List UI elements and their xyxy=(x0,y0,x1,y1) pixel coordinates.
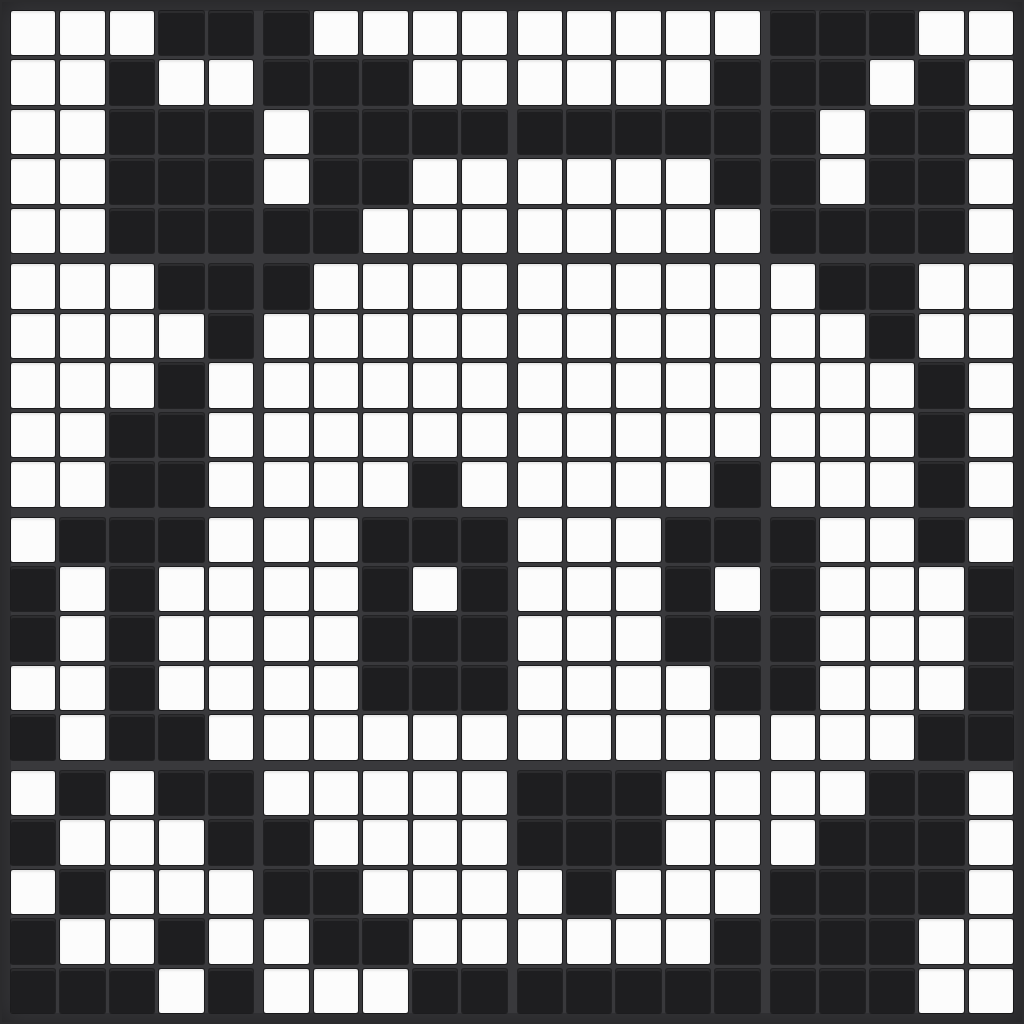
cell[interactable] xyxy=(60,159,104,203)
cell[interactable] xyxy=(919,870,963,914)
cell[interactable] xyxy=(567,870,611,914)
cell[interactable] xyxy=(314,264,358,308)
cell[interactable] xyxy=(771,616,815,660)
cell[interactable] xyxy=(518,264,562,308)
cell[interactable] xyxy=(159,820,203,864)
cell[interactable] xyxy=(771,209,815,253)
cell[interactable] xyxy=(666,462,710,506)
cell[interactable] xyxy=(314,567,358,611)
cell[interactable] xyxy=(11,715,55,759)
cell[interactable] xyxy=(518,771,562,815)
cell[interactable] xyxy=(567,771,611,815)
cell[interactable] xyxy=(363,462,407,506)
cell[interactable] xyxy=(363,209,407,253)
cell[interactable] xyxy=(462,715,506,759)
cell[interactable] xyxy=(363,60,407,104)
cell[interactable] xyxy=(159,159,203,203)
cell[interactable] xyxy=(209,363,253,407)
cell[interactable] xyxy=(60,209,104,253)
cell[interactable] xyxy=(771,11,815,55)
cell[interactable] xyxy=(969,413,1013,457)
cell[interactable] xyxy=(771,567,815,611)
cell[interactable] xyxy=(969,314,1013,358)
cell[interactable] xyxy=(567,666,611,710)
cell[interactable] xyxy=(110,159,154,203)
cell[interactable] xyxy=(110,413,154,457)
cell[interactable] xyxy=(314,616,358,660)
cell[interactable] xyxy=(462,60,506,104)
cell[interactable] xyxy=(969,771,1013,815)
cell[interactable] xyxy=(820,209,864,253)
cell[interactable] xyxy=(771,820,815,864)
cell[interactable] xyxy=(462,666,506,710)
cell[interactable] xyxy=(462,518,506,562)
cell[interactable] xyxy=(616,715,660,759)
cell[interactable] xyxy=(462,969,506,1013)
cell[interactable] xyxy=(820,870,864,914)
cell[interactable] xyxy=(209,264,253,308)
cell[interactable] xyxy=(264,771,308,815)
cell[interactable] xyxy=(771,110,815,154)
cell[interactable] xyxy=(715,518,759,562)
cell[interactable] xyxy=(11,666,55,710)
cell[interactable] xyxy=(159,919,203,963)
cell[interactable] xyxy=(159,110,203,154)
cell[interactable] xyxy=(969,919,1013,963)
cell[interactable] xyxy=(518,919,562,963)
cell[interactable] xyxy=(209,60,253,104)
cell[interactable] xyxy=(771,363,815,407)
cell[interactable] xyxy=(715,462,759,506)
cell[interactable] xyxy=(462,363,506,407)
cell[interactable] xyxy=(518,413,562,457)
cell[interactable] xyxy=(209,666,253,710)
cell[interactable] xyxy=(11,413,55,457)
cell[interactable] xyxy=(870,159,914,203)
cell[interactable] xyxy=(11,969,55,1013)
cell[interactable] xyxy=(110,11,154,55)
cell[interactable] xyxy=(159,314,203,358)
cell[interactable] xyxy=(264,969,308,1013)
cell[interactable] xyxy=(209,870,253,914)
cell[interactable] xyxy=(820,159,864,203)
cell[interactable] xyxy=(110,567,154,611)
cell[interactable] xyxy=(969,462,1013,506)
cell[interactable] xyxy=(462,820,506,864)
cell[interactable] xyxy=(870,715,914,759)
cell[interactable] xyxy=(969,870,1013,914)
cell[interactable] xyxy=(666,159,710,203)
cell[interactable] xyxy=(518,969,562,1013)
cell[interactable] xyxy=(870,11,914,55)
cell[interactable] xyxy=(110,264,154,308)
cell[interactable] xyxy=(363,919,407,963)
cell[interactable] xyxy=(518,11,562,55)
cell[interactable] xyxy=(715,413,759,457)
cell[interactable] xyxy=(820,110,864,154)
cell[interactable] xyxy=(919,715,963,759)
cell[interactable] xyxy=(413,969,457,1013)
cell[interactable] xyxy=(110,969,154,1013)
cell[interactable] xyxy=(820,567,864,611)
cell[interactable] xyxy=(413,363,457,407)
cell[interactable] xyxy=(666,363,710,407)
cell[interactable] xyxy=(314,771,358,815)
cell[interactable] xyxy=(919,159,963,203)
cell[interactable] xyxy=(666,11,710,55)
cell[interactable] xyxy=(616,110,660,154)
cell[interactable] xyxy=(209,413,253,457)
cell[interactable] xyxy=(159,413,203,457)
cell[interactable] xyxy=(969,969,1013,1013)
cell[interactable] xyxy=(820,413,864,457)
cell[interactable] xyxy=(314,363,358,407)
cell[interactable] xyxy=(666,518,710,562)
cell[interactable] xyxy=(616,919,660,963)
cell[interactable] xyxy=(715,919,759,963)
cell[interactable] xyxy=(820,264,864,308)
cell[interactable] xyxy=(715,159,759,203)
cell[interactable] xyxy=(462,771,506,815)
cell[interactable] xyxy=(771,518,815,562)
cell[interactable] xyxy=(870,264,914,308)
cell[interactable] xyxy=(159,715,203,759)
cell[interactable] xyxy=(567,363,611,407)
cell[interactable] xyxy=(771,159,815,203)
cell[interactable] xyxy=(462,462,506,506)
cell[interactable] xyxy=(11,771,55,815)
cell[interactable] xyxy=(11,820,55,864)
cell[interactable] xyxy=(314,209,358,253)
cell[interactable] xyxy=(264,314,308,358)
cell[interactable] xyxy=(919,314,963,358)
cell[interactable] xyxy=(715,11,759,55)
cell[interactable] xyxy=(413,314,457,358)
cell[interactable] xyxy=(264,567,308,611)
cell[interactable] xyxy=(969,209,1013,253)
cell[interactable] xyxy=(715,820,759,864)
cell[interactable] xyxy=(518,363,562,407)
cell[interactable] xyxy=(413,666,457,710)
cell[interactable] xyxy=(969,616,1013,660)
cell[interactable] xyxy=(518,820,562,864)
cell[interactable] xyxy=(363,413,407,457)
cell[interactable] xyxy=(11,919,55,963)
cell[interactable] xyxy=(820,771,864,815)
cell[interactable] xyxy=(969,666,1013,710)
cell[interactable] xyxy=(567,159,611,203)
cell[interactable] xyxy=(870,616,914,660)
cell[interactable] xyxy=(666,616,710,660)
cell[interactable] xyxy=(11,264,55,308)
cell[interactable] xyxy=(314,413,358,457)
cell[interactable] xyxy=(462,567,506,611)
cell[interactable] xyxy=(363,11,407,55)
cell[interactable] xyxy=(413,462,457,506)
cell[interactable] xyxy=(413,919,457,963)
cell[interactable] xyxy=(616,870,660,914)
cell[interactable] xyxy=(60,616,104,660)
cell[interactable] xyxy=(60,462,104,506)
cell[interactable] xyxy=(110,870,154,914)
cell[interactable] xyxy=(616,666,660,710)
cell[interactable] xyxy=(715,110,759,154)
cell[interactable] xyxy=(666,870,710,914)
cell[interactable] xyxy=(870,363,914,407)
cell[interactable] xyxy=(919,919,963,963)
cell[interactable] xyxy=(771,60,815,104)
cell[interactable] xyxy=(518,159,562,203)
cell[interactable] xyxy=(462,11,506,55)
cell[interactable] xyxy=(209,969,253,1013)
cell[interactable] xyxy=(870,60,914,104)
cell[interactable] xyxy=(110,363,154,407)
cell[interactable] xyxy=(264,820,308,864)
cell[interactable] xyxy=(11,209,55,253)
cell[interactable] xyxy=(413,209,457,253)
cell[interactable] xyxy=(715,715,759,759)
cell[interactable] xyxy=(870,462,914,506)
cell[interactable] xyxy=(666,715,710,759)
cell[interactable] xyxy=(462,870,506,914)
cell[interactable] xyxy=(314,314,358,358)
cell[interactable] xyxy=(969,363,1013,407)
cell[interactable] xyxy=(969,110,1013,154)
cell[interactable] xyxy=(567,567,611,611)
cell[interactable] xyxy=(616,462,660,506)
cell[interactable] xyxy=(870,413,914,457)
cell[interactable] xyxy=(209,919,253,963)
cell[interactable] xyxy=(159,11,203,55)
cell[interactable] xyxy=(616,209,660,253)
cell[interactable] xyxy=(870,209,914,253)
cell[interactable] xyxy=(11,314,55,358)
cell[interactable] xyxy=(413,159,457,203)
cell[interactable] xyxy=(413,264,457,308)
cell[interactable] xyxy=(969,715,1013,759)
cell[interactable] xyxy=(363,159,407,203)
cell[interactable] xyxy=(462,264,506,308)
cell[interactable] xyxy=(820,969,864,1013)
cell[interactable] xyxy=(264,264,308,308)
cell[interactable] xyxy=(870,919,914,963)
cell[interactable] xyxy=(518,518,562,562)
cell[interactable] xyxy=(209,771,253,815)
cell[interactable] xyxy=(666,771,710,815)
cell[interactable] xyxy=(567,518,611,562)
cell[interactable] xyxy=(666,666,710,710)
cell[interactable] xyxy=(264,518,308,562)
cell[interactable] xyxy=(666,110,710,154)
cell[interactable] xyxy=(363,771,407,815)
cell[interactable] xyxy=(264,209,308,253)
cell[interactable] xyxy=(363,969,407,1013)
cell[interactable] xyxy=(264,462,308,506)
cell[interactable] xyxy=(715,666,759,710)
cell[interactable] xyxy=(60,771,104,815)
cell[interactable] xyxy=(60,666,104,710)
cell[interactable] xyxy=(919,11,963,55)
cell[interactable] xyxy=(264,919,308,963)
cell[interactable] xyxy=(264,60,308,104)
cell[interactable] xyxy=(616,314,660,358)
cell[interactable] xyxy=(820,314,864,358)
cell[interactable] xyxy=(209,209,253,253)
cell[interactable] xyxy=(870,666,914,710)
cell[interactable] xyxy=(715,314,759,358)
cell[interactable] xyxy=(870,820,914,864)
cell[interactable] xyxy=(567,60,611,104)
cell[interactable] xyxy=(870,314,914,358)
cell[interactable] xyxy=(969,264,1013,308)
cell[interactable] xyxy=(666,209,710,253)
cell[interactable] xyxy=(969,518,1013,562)
cell[interactable] xyxy=(363,820,407,864)
cell[interactable] xyxy=(11,518,55,562)
cell[interactable] xyxy=(264,110,308,154)
cell[interactable] xyxy=(820,60,864,104)
cell[interactable] xyxy=(209,820,253,864)
cell[interactable] xyxy=(616,363,660,407)
cell[interactable] xyxy=(616,969,660,1013)
cell[interactable] xyxy=(363,264,407,308)
cell[interactable] xyxy=(209,715,253,759)
cell[interactable] xyxy=(209,159,253,203)
cell[interactable] xyxy=(870,969,914,1013)
cell[interactable] xyxy=(820,462,864,506)
cell[interactable] xyxy=(567,314,611,358)
cell[interactable] xyxy=(771,715,815,759)
cell[interactable] xyxy=(462,314,506,358)
cell[interactable] xyxy=(820,518,864,562)
cell[interactable] xyxy=(715,363,759,407)
cell[interactable] xyxy=(969,567,1013,611)
cell[interactable] xyxy=(567,209,611,253)
cell[interactable] xyxy=(771,771,815,815)
cell[interactable] xyxy=(264,413,308,457)
cell[interactable] xyxy=(771,413,815,457)
cell[interactable] xyxy=(666,820,710,864)
cell[interactable] xyxy=(110,666,154,710)
cell[interactable] xyxy=(159,209,203,253)
cell[interactable] xyxy=(60,820,104,864)
cell[interactable] xyxy=(567,413,611,457)
cell[interactable] xyxy=(314,11,358,55)
cell[interactable] xyxy=(60,11,104,55)
cell[interactable] xyxy=(209,567,253,611)
cell[interactable] xyxy=(60,110,104,154)
cell[interactable] xyxy=(616,820,660,864)
cell[interactable] xyxy=(771,462,815,506)
cell[interactable] xyxy=(462,159,506,203)
cell[interactable] xyxy=(919,363,963,407)
cell[interactable] xyxy=(715,209,759,253)
cell[interactable] xyxy=(413,870,457,914)
cell[interactable] xyxy=(518,462,562,506)
cell[interactable] xyxy=(159,616,203,660)
cell[interactable] xyxy=(110,462,154,506)
cell[interactable] xyxy=(616,413,660,457)
cell[interactable] xyxy=(567,11,611,55)
cell[interactable] xyxy=(820,363,864,407)
cell[interactable] xyxy=(11,616,55,660)
cell[interactable] xyxy=(820,616,864,660)
cell[interactable] xyxy=(462,209,506,253)
cell[interactable] xyxy=(715,771,759,815)
cell[interactable] xyxy=(616,616,660,660)
cell[interactable] xyxy=(110,919,154,963)
cell[interactable] xyxy=(363,616,407,660)
cell[interactable] xyxy=(413,616,457,660)
cell[interactable] xyxy=(666,969,710,1013)
cell[interactable] xyxy=(264,363,308,407)
cell[interactable] xyxy=(715,60,759,104)
cell[interactable] xyxy=(969,11,1013,55)
cell[interactable] xyxy=(771,919,815,963)
cell[interactable] xyxy=(462,413,506,457)
cell[interactable] xyxy=(159,771,203,815)
cell[interactable] xyxy=(919,567,963,611)
cell[interactable] xyxy=(60,413,104,457)
cell[interactable] xyxy=(462,110,506,154)
cell[interactable] xyxy=(60,870,104,914)
cell[interactable] xyxy=(616,518,660,562)
cell[interactable] xyxy=(413,11,457,55)
cell[interactable] xyxy=(363,715,407,759)
cell[interactable] xyxy=(159,969,203,1013)
cell[interactable] xyxy=(771,969,815,1013)
cell[interactable] xyxy=(715,969,759,1013)
cell[interactable] xyxy=(110,715,154,759)
cell[interactable] xyxy=(209,616,253,660)
cell[interactable] xyxy=(159,462,203,506)
cell[interactable] xyxy=(159,363,203,407)
cell[interactable] xyxy=(567,820,611,864)
cell[interactable] xyxy=(60,715,104,759)
cell[interactable] xyxy=(919,820,963,864)
cell[interactable] xyxy=(413,771,457,815)
cell[interactable] xyxy=(462,919,506,963)
cell[interactable] xyxy=(666,314,710,358)
cell[interactable] xyxy=(820,715,864,759)
cell[interactable] xyxy=(209,314,253,358)
cell[interactable] xyxy=(314,969,358,1013)
cell[interactable] xyxy=(110,60,154,104)
cell[interactable] xyxy=(159,567,203,611)
cell[interactable] xyxy=(919,666,963,710)
cell[interactable] xyxy=(518,314,562,358)
cell[interactable] xyxy=(919,209,963,253)
cell[interactable] xyxy=(567,616,611,660)
cell[interactable] xyxy=(518,616,562,660)
cell[interactable] xyxy=(209,462,253,506)
cell[interactable] xyxy=(715,264,759,308)
cell[interactable] xyxy=(314,820,358,864)
cell[interactable] xyxy=(616,11,660,55)
cell[interactable] xyxy=(264,715,308,759)
cell[interactable] xyxy=(314,919,358,963)
cell[interactable] xyxy=(919,771,963,815)
cell[interactable] xyxy=(820,919,864,963)
cell[interactable] xyxy=(870,567,914,611)
cell[interactable] xyxy=(159,870,203,914)
cell[interactable] xyxy=(110,820,154,864)
cell[interactable] xyxy=(209,518,253,562)
cell[interactable] xyxy=(870,110,914,154)
cell[interactable] xyxy=(870,518,914,562)
cell[interactable] xyxy=(567,462,611,506)
cell[interactable] xyxy=(314,715,358,759)
